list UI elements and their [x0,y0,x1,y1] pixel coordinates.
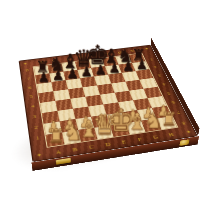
file-label-g: G [47,58,61,63]
file-label-h: H [34,60,48,65]
square-g3[interactable] [133,98,152,110]
square-g1[interactable]: ♞ [141,118,161,131]
square-b1[interactable]: ♞ [62,130,81,144]
piece-white-pawn[interactable]: ♟ [126,107,139,122]
file-label-f: F [131,136,149,143]
square-g4[interactable] [129,89,148,100]
file-label-e: E [115,138,133,145]
rank-label-1: 1 [36,136,41,148]
square-b4[interactable] [55,99,73,111]
rank-label-6: 6 [168,95,176,105]
corner-ornament-icon: ✦ [144,47,150,50]
file-label-g: G [147,133,165,140]
rank-label-3: 3 [155,69,162,78]
rank-label-1: 1 [147,53,153,61]
corner-ornament-icon: ✦ [185,129,192,134]
piece-anchor: ♞ [62,130,81,144]
square-a6[interactable] [37,82,53,93]
piece-anchor: ♝ [78,128,97,142]
rank-label-4: 4 [31,104,36,114]
rank-label-8: 8 [177,115,185,126]
piece-anchor: ♞ [141,118,161,131]
square-e3[interactable] [103,102,122,114]
file-label-h: H [162,131,180,138]
file-label-c: C [83,143,101,150]
file-label-c: C [100,52,114,57]
file-label-d: D [87,53,101,58]
rank-label-5: 5 [29,95,34,105]
rank-label-2: 2 [151,61,158,69]
rank-label-4: 4 [159,77,166,86]
chess-board: ABCDEFGH ABCDEFGH 87654321 87654321 ✦ ✦ … [19,45,198,163]
square-h1[interactable]: ♜ [157,116,177,129]
hinge-icon [56,158,71,165]
file-label-b: B [66,145,84,152]
file-label-a: A [50,148,68,156]
corner-ornament-icon: ✦ [36,152,43,158]
file-label-f: F [61,56,75,61]
rank-label-5: 5 [163,86,170,96]
file-label-a: A [125,49,139,54]
corner-ornament-icon: ✦ [23,62,28,66]
file-label-d: D [99,140,117,147]
rank-label-2: 2 [34,125,39,137]
rank-label-3: 3 [32,114,37,125]
clasp-icon [179,139,189,146]
file-label-b: B [113,50,127,55]
chess-set-photo: ABCDEFGH ABCDEFGH 87654321 87654321 ✦ ✦ … [0,0,200,200]
file-label-e: E [74,55,88,60]
piece-anchor: ♜ [157,116,177,129]
rank-label-7: 7 [172,105,180,115]
square-b6[interactable] [51,80,68,91]
square-c1[interactable]: ♝ [78,128,97,142]
